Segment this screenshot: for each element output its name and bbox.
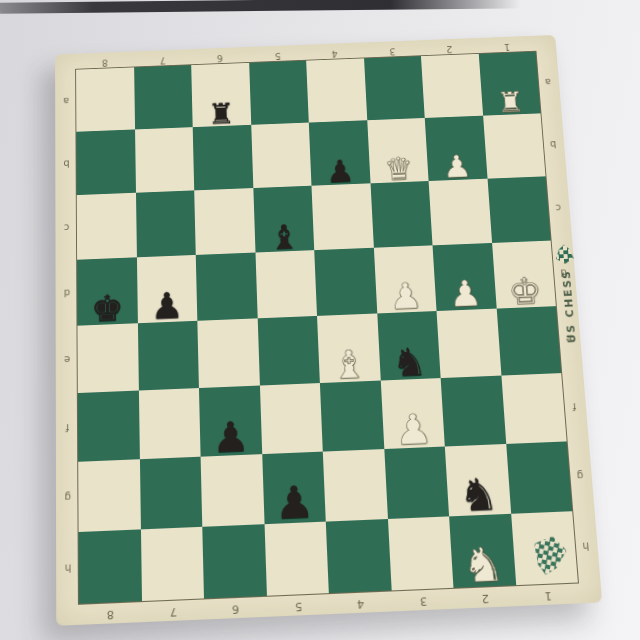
square-d2[interactable]: ♟: [433, 243, 497, 311]
coord-label-a: a: [58, 70, 75, 133]
square-h4[interactable]: [326, 519, 391, 593]
square-g7[interactable]: [139, 457, 202, 530]
square-e6[interactable]: [197, 318, 259, 388]
square-a2[interactable]: [421, 54, 483, 118]
square-a7[interactable]: [134, 65, 193, 129]
square-h8[interactable]: [79, 529, 142, 603]
square-c6[interactable]: [194, 188, 255, 255]
us-chess-corner-logo-icon: [530, 533, 569, 578]
coord-label-8: 8: [79, 603, 142, 623]
table-edge-shadow: [0, 0, 520, 14]
square-c5[interactable]: ♝: [253, 186, 314, 253]
square-e3[interactable]: ♞: [377, 311, 441, 381]
square-e5[interactable]: [257, 316, 320, 386]
square-e8[interactable]: [77, 323, 138, 393]
square-h6[interactable]: [202, 524, 266, 598]
black-rook-a6[interactable]: ♜: [208, 99, 235, 128]
coord-label-2: 2: [420, 40, 478, 56]
square-d4[interactable]: [314, 248, 377, 316]
square-f6[interactable]: ♟: [199, 386, 262, 457]
white-bishop-e4[interactable]: ♝: [331, 345, 368, 385]
square-f2[interactable]: [441, 376, 506, 447]
square-f4[interactable]: [320, 381, 384, 452]
square-b8[interactable]: [76, 129, 135, 195]
black-knight-e3[interactable]: ♞: [391, 342, 428, 382]
black-pawn-g5[interactable]: ♟: [274, 480, 315, 526]
white-pawn-f3[interactable]: ♟: [393, 408, 433, 451]
square-d8[interactable]: ♚: [77, 257, 137, 325]
square-c7[interactable]: [136, 190, 196, 257]
square-b7[interactable]: [135, 127, 195, 193]
us-chess-brand-text: US CHESS: [559, 269, 578, 343]
black-bishop-c5[interactable]: ♝: [268, 220, 300, 254]
coord-label-a: a: [537, 51, 558, 113]
square-g6[interactable]: [201, 454, 264, 527]
square-c2[interactable]: [429, 179, 492, 246]
square-c4[interactable]: [311, 183, 373, 250]
board-grid: ♜♜♟♛♟♝♚♟♟♟♚♝♞♟♟♟♞♞: [76, 52, 578, 604]
white-knight-h2[interactable]: ♞: [461, 541, 506, 590]
coord-label-b: b: [542, 113, 563, 177]
coord-label-e: e: [59, 326, 76, 394]
square-h3[interactable]: [387, 516, 453, 590]
square-e2[interactable]: [437, 309, 501, 378]
square-b4[interactable]: ♟: [309, 120, 370, 185]
white-queen-b3[interactable]: ♛: [383, 153, 413, 185]
square-a3[interactable]: [364, 56, 425, 120]
coord-label-5: 5: [248, 46, 306, 62]
coord-label-g: g: [59, 462, 77, 533]
photo-scene: 87654321 87654321 abcdefgh abcdefgh US C…: [0, 0, 640, 640]
square-c3[interactable]: [370, 181, 432, 248]
white-pawn-d2[interactable]: ♟: [448, 276, 483, 313]
coord-label-h: h: [574, 510, 597, 582]
square-f5[interactable]: [259, 383, 322, 454]
square-h7[interactable]: [140, 527, 204, 601]
us-chess-shield-icon: [555, 245, 574, 265]
square-h2[interactable]: ♞: [449, 514, 516, 588]
square-b6[interactable]: [193, 125, 253, 191]
square-c1[interactable]: [487, 176, 551, 243]
coord-label-d: d: [58, 260, 75, 327]
coord-label-1: 1: [516, 585, 580, 604]
square-d6[interactable]: [196, 253, 257, 321]
square-a5[interactable]: [249, 61, 309, 125]
coord-label-b: b: [58, 132, 75, 196]
square-g2[interactable]: ♞: [445, 444, 511, 516]
square-d1[interactable]: ♚: [492, 241, 556, 309]
black-pawn-b4[interactable]: ♟: [325, 155, 355, 187]
chess-board: 87654321 87654321 abcdefgh abcdefgh US C…: [55, 35, 602, 626]
square-d3[interactable]: ♟: [373, 245, 436, 313]
square-f7[interactable]: [138, 388, 200, 459]
coord-label-c: c: [58, 195, 75, 260]
square-b2[interactable]: ♟: [425, 116, 487, 181]
white-pawn-d3[interactable]: ♟: [388, 278, 423, 315]
coord-label-3: 3: [363, 42, 421, 58]
coord-label-3: 3: [391, 590, 454, 609]
square-a6[interactable]: ♜: [191, 63, 251, 127]
black-king-d8[interactable]: ♚: [91, 290, 124, 327]
coord-label-6: 6: [191, 49, 249, 65]
coord-label-4: 4: [329, 593, 392, 612]
coord-label-c: c: [547, 176, 569, 241]
square-c8[interactable]: [77, 193, 137, 260]
square-f3[interactable]: ♟: [380, 378, 445, 449]
square-d5[interactable]: [255, 250, 317, 318]
coord-label-4: 4: [306, 44, 364, 60]
square-a1[interactable]: ♜: [478, 52, 540, 116]
file-labels-left: abcdefgh: [58, 70, 77, 605]
square-g1[interactable]: [506, 441, 572, 513]
coord-label-6: 6: [204, 598, 267, 617]
coord-label-5: 5: [267, 595, 330, 614]
coord-label-7: 7: [142, 601, 205, 621]
black-pawn-d7[interactable]: ♟: [150, 288, 184, 325]
square-e7[interactable]: [137, 321, 199, 391]
square-b1[interactable]: [483, 113, 546, 178]
square-d7[interactable]: ♟: [136, 255, 197, 323]
square-g8[interactable]: [78, 459, 140, 532]
white-rook-a1[interactable]: ♜: [496, 88, 525, 117]
coord-label-f: f: [59, 393, 76, 462]
square-e1[interactable]: [496, 306, 561, 375]
square-b5[interactable]: [251, 123, 312, 188]
square-g4[interactable]: [323, 449, 388, 522]
square-f8[interactable]: [78, 391, 140, 462]
white-king-d1[interactable]: ♚: [507, 273, 543, 310]
black-knight-g2[interactable]: ♞: [457, 473, 500, 519]
square-g3[interactable]: [384, 447, 449, 519]
coord-label-8: 8: [76, 53, 134, 69]
coord-label-7: 7: [133, 51, 191, 67]
square-a4[interactable]: [306, 58, 367, 122]
square-f1[interactable]: [501, 373, 567, 444]
white-pawn-b2[interactable]: ♟: [442, 151, 473, 183]
square-b3[interactable]: ♛: [367, 118, 429, 183]
square-h1[interactable]: [511, 511, 578, 585]
black-pawn-f6[interactable]: ♟: [211, 416, 250, 459]
square-g5[interactable]: ♟: [262, 452, 326, 525]
square-h5[interactable]: [264, 522, 329, 596]
square-e4[interactable]: ♝: [317, 313, 380, 383]
coord-label-1: 1: [477, 38, 535, 53]
coord-label-h: h: [59, 532, 77, 604]
coord-label-g: g: [569, 441, 592, 511]
square-a8[interactable]: [76, 67, 134, 131]
